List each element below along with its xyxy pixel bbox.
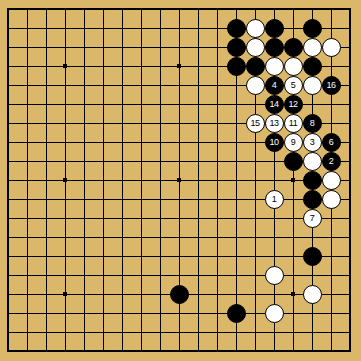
stone-white[interactable]	[303, 285, 322, 304]
stone-black-move-12[interactable]: 12	[284, 95, 303, 114]
stone-black-move-4[interactable]: 4	[265, 76, 284, 95]
stone-black[interactable]	[227, 304, 246, 323]
stone-white[interactable]	[246, 38, 265, 57]
go-board-diagram: 45161412151311810936217	[0, 0, 361, 361]
stone-black[interactable]	[227, 57, 246, 76]
stone-white-move-3[interactable]: 3	[303, 133, 322, 152]
stone-white[interactable]	[322, 190, 341, 209]
stone-white-move-9[interactable]: 9	[284, 133, 303, 152]
stone-black[interactable]	[227, 38, 246, 57]
stone-white[interactable]	[322, 171, 341, 190]
stone-white[interactable]	[284, 57, 303, 76]
stone-black-move-8[interactable]: 8	[303, 114, 322, 133]
stone-white-move-13[interactable]: 13	[265, 114, 284, 133]
stone-white-move-11[interactable]: 11	[284, 114, 303, 133]
stone-black[interactable]	[284, 38, 303, 57]
stone-black[interactable]	[170, 285, 189, 304]
stone-white-move-1[interactable]: 1	[265, 190, 284, 209]
stone-white[interactable]	[265, 266, 284, 285]
stone-white-move-15[interactable]: 15	[246, 114, 265, 133]
stone-white-move-5[interactable]: 5	[284, 76, 303, 95]
stone-white[interactable]	[246, 19, 265, 38]
stone-white[interactable]	[303, 76, 322, 95]
stone-white[interactable]	[303, 38, 322, 57]
stone-black[interactable]	[303, 19, 322, 38]
stone-black-move-10[interactable]: 10	[265, 133, 284, 152]
stone-black[interactable]	[303, 247, 322, 266]
stone-white-move-7[interactable]: 7	[303, 209, 322, 228]
stone-black-move-16[interactable]: 16	[322, 76, 341, 95]
stone-black[interactable]	[303, 190, 322, 209]
stone-white[interactable]	[322, 38, 341, 57]
stone-black-move-6[interactable]: 6	[322, 133, 341, 152]
stone-black[interactable]	[284, 152, 303, 171]
stone-black[interactable]	[265, 38, 284, 57]
stone-white[interactable]	[303, 152, 322, 171]
stone-black[interactable]	[265, 19, 284, 38]
stone-white[interactable]	[265, 304, 284, 323]
stone-white[interactable]	[265, 57, 284, 76]
stone-white[interactable]	[246, 76, 265, 95]
stone-black[interactable]	[246, 57, 265, 76]
stone-black-move-14[interactable]: 14	[265, 95, 284, 114]
stone-black[interactable]	[303, 171, 322, 190]
stone-black-move-2[interactable]: 2	[322, 152, 341, 171]
stone-layer: 45161412151311810936217	[0, 0, 360, 361]
stone-black[interactable]	[227, 19, 246, 38]
stone-black[interactable]	[303, 57, 322, 76]
